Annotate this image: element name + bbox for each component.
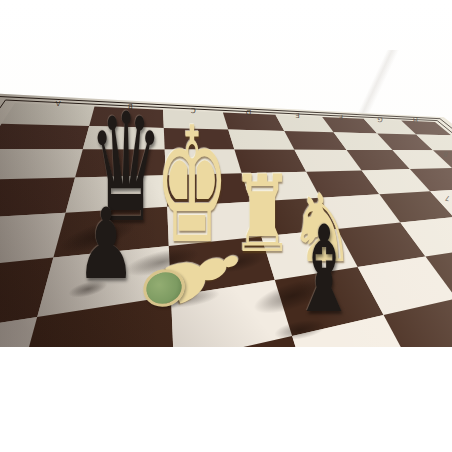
chessboard: ABCDEFGH87 <box>0 0 452 347</box>
photo-area: ABCDEFGH87 ♛♟♚♜♞♝♟ <box>0 0 452 347</box>
chess-photo-stage: ABCDEFGH87 ♛♟♚♜♞♝♟ <box>0 0 452 452</box>
bottom-margin <box>0 347 452 452</box>
